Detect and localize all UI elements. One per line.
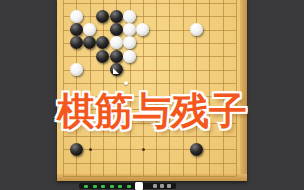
- black-stone: [110, 50, 123, 63]
- title-overlay: 棋筋与残子: [0, 91, 304, 133]
- white-stone: [70, 10, 83, 23]
- video-frame: 棋筋与残子: [0, 0, 304, 190]
- black-stone: [83, 36, 96, 49]
- grid-line: [63, 3, 236, 4]
- grid-line: [63, 83, 236, 84]
- white-stone: [70, 63, 83, 76]
- white-stone: [123, 50, 136, 63]
- star-point: [89, 148, 92, 151]
- star-point: [142, 148, 145, 151]
- grid-line: [63, 136, 236, 137]
- grid-line: [63, 163, 236, 164]
- scrubber-tick: [127, 185, 131, 188]
- black-stone: [70, 23, 83, 36]
- black-stone: [70, 36, 83, 49]
- white-stone: [123, 36, 136, 49]
- scrubber-block: [167, 184, 171, 188]
- scrubber-knob[interactable]: [135, 182, 143, 190]
- scrubber-tick: [84, 185, 88, 188]
- scrubber-block: [153, 184, 157, 188]
- white-stone: [123, 10, 136, 23]
- scrubber-tick: [110, 185, 114, 188]
- black-stone: [96, 10, 109, 23]
- black-stone: [190, 143, 203, 156]
- scrubber-tick: [93, 185, 97, 188]
- black-stone: [110, 10, 123, 23]
- grid-line: [236, 0, 237, 176]
- black-stone: [110, 63, 123, 76]
- scrubber-tick: [118, 185, 122, 188]
- black-stone: [96, 50, 109, 63]
- last-move-marker-icon: [113, 67, 120, 74]
- grid-line: [63, 176, 236, 177]
- white-stone: [123, 23, 136, 36]
- black-stone: [110, 23, 123, 36]
- white-stone: [110, 36, 123, 49]
- scrubber-tick: [101, 185, 105, 188]
- black-stone: [70, 143, 83, 156]
- white-stone: [136, 23, 149, 36]
- scrubber-block: [160, 184, 164, 188]
- grid-line: [63, 70, 236, 71]
- video-scrubber[interactable]: [79, 183, 176, 189]
- grid-line: [63, 16, 236, 17]
- white-stone: [83, 23, 96, 36]
- black-stone: [96, 36, 109, 49]
- small-white-dot-marker: [124, 81, 128, 85]
- grid-line: [63, 56, 236, 57]
- white-stone: [190, 23, 203, 36]
